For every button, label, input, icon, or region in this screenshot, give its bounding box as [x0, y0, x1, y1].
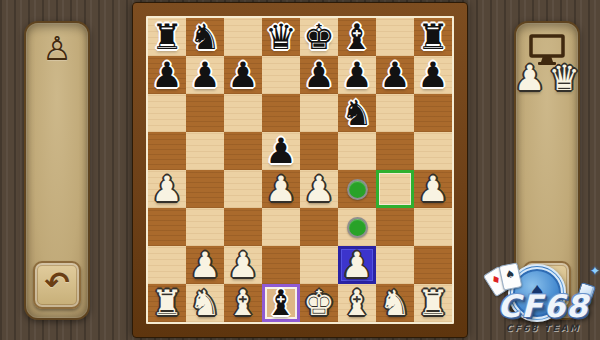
square-a2[interactable] — [148, 246, 186, 284]
black-knight-b8[interactable]: ♞ — [189, 20, 220, 55]
captured-white-pawn-icon: ♟ — [514, 61, 545, 96]
square-g3[interactable] — [376, 208, 414, 246]
captured-white-queen-icon: ♛ — [549, 61, 580, 96]
black-queen-d8[interactable]: ♛ — [265, 20, 296, 55]
square-g7[interactable]: ♟ — [376, 56, 414, 94]
square-a3[interactable] — [148, 208, 186, 246]
square-e4[interactable]: ♟ — [300, 170, 338, 208]
square-d4[interactable]: ♟ — [262, 170, 300, 208]
square-d2[interactable] — [262, 246, 300, 284]
square-f7[interactable]: ♟ — [338, 56, 376, 94]
square-d6[interactable] — [262, 94, 300, 132]
square-f5[interactable] — [338, 132, 376, 170]
left-player-panel: ♙ ↶ — [24, 21, 90, 320]
white-knight-g1[interactable]: ♞ — [379, 286, 410, 321]
square-c3[interactable] — [224, 208, 262, 246]
square-e2[interactable] — [300, 246, 338, 284]
square-c5[interactable] — [224, 132, 262, 170]
square-b8[interactable]: ♞ — [186, 18, 224, 56]
square-d7[interactable] — [262, 56, 300, 94]
square-b7[interactable]: ♟ — [186, 56, 224, 94]
human-player-pawn-icon: ♙ — [26, 31, 88, 67]
square-c7[interactable]: ♟ — [224, 56, 262, 94]
black-pawn-g7[interactable]: ♟ — [379, 58, 410, 93]
white-pawn-c2[interactable]: ♟ — [227, 248, 258, 283]
square-d3[interactable] — [262, 208, 300, 246]
square-b6[interactable] — [186, 94, 224, 132]
white-pawn-d4[interactable]: ♟ — [265, 172, 296, 207]
square-g8[interactable] — [376, 18, 414, 56]
square-f8[interactable]: ♝ — [338, 18, 376, 56]
white-bishop-c1[interactable]: ♝ — [227, 286, 258, 321]
square-f3[interactable] — [338, 208, 376, 246]
chess-board-frame: ♜♞♛♚♝♜♟♟♟♟♟♟♟♞♟♟♟♟♟♟♟♟♜♞♝♝♚♝♞♜ — [132, 2, 468, 338]
square-a6[interactable] — [148, 94, 186, 132]
square-h1[interactable]: ♜ — [414, 284, 452, 322]
black-bishop-f8[interactable]: ♝ — [341, 20, 372, 55]
square-f6[interactable]: ♞ — [338, 94, 376, 132]
chess-board: ♜♞♛♚♝♜♟♟♟♟♟♟♟♞♟♟♟♟♟♟♟♟♜♞♝♝♚♝♞♜ — [146, 16, 454, 324]
black-pawn-b7[interactable]: ♟ — [189, 58, 220, 93]
undo-button[interactable]: ↶ — [33, 261, 81, 309]
square-g4[interactable] — [376, 170, 414, 208]
black-pawn-h7[interactable]: ♟ — [417, 58, 448, 93]
square-h7[interactable]: ♟ — [414, 56, 452, 94]
black-pawn-f7[interactable]: ♟ — [341, 58, 372, 93]
square-g5[interactable] — [376, 132, 414, 170]
square-e8[interactable]: ♚ — [300, 18, 338, 56]
square-e5[interactable] — [300, 132, 338, 170]
square-b5[interactable] — [186, 132, 224, 170]
square-f4[interactable] — [338, 170, 376, 208]
white-knight-b1[interactable]: ♞ — [189, 286, 220, 321]
square-e7[interactable]: ♟ — [300, 56, 338, 94]
square-d8[interactable]: ♛ — [262, 18, 300, 56]
white-pawn-e4[interactable]: ♟ — [303, 172, 334, 207]
move-hint-dot-f4[interactable] — [347, 179, 368, 200]
square-d1[interactable]: ♝ — [262, 284, 300, 322]
black-pawn-a7[interactable]: ♟ — [151, 58, 182, 93]
square-b4[interactable] — [186, 170, 224, 208]
white-pawn-f2[interactable]: ♟ — [341, 248, 372, 283]
logo-subtitle: CF68 TEAM — [484, 323, 600, 333]
black-pawn-e7[interactable]: ♟ — [303, 58, 334, 93]
square-f1[interactable]: ♝ — [338, 284, 376, 322]
square-h5[interactable] — [414, 132, 452, 170]
square-c1[interactable]: ♝ — [224, 284, 262, 322]
square-f2[interactable]: ♟ — [338, 246, 376, 284]
square-e6[interactable] — [300, 94, 338, 132]
black-rook-a8[interactable]: ♜ — [151, 20, 182, 55]
square-a8[interactable]: ♜ — [148, 18, 186, 56]
square-a7[interactable]: ♟ — [148, 56, 186, 94]
square-g1[interactable]: ♞ — [376, 284, 414, 322]
square-c4[interactable] — [224, 170, 262, 208]
black-rook-h8[interactable]: ♜ — [417, 20, 448, 55]
square-h6[interactable] — [414, 94, 452, 132]
black-pawn-d5[interactable]: ♟ — [265, 134, 296, 169]
cf68-watermark-logo: ♠ ♦ ♠ ✦ CF68 CF68 TEAM — [484, 262, 600, 340]
square-h8[interactable]: ♜ — [414, 18, 452, 56]
black-king-e8[interactable]: ♚ — [303, 20, 334, 55]
white-king-e1[interactable]: ♚ — [303, 286, 334, 321]
square-b3[interactable] — [186, 208, 224, 246]
square-g6[interactable] — [376, 94, 414, 132]
square-e3[interactable] — [300, 208, 338, 246]
square-c6[interactable] — [224, 94, 262, 132]
logo-title: CF68 — [484, 288, 600, 324]
white-pawn-a4[interactable]: ♟ — [151, 172, 182, 207]
square-h4[interactable]: ♟ — [414, 170, 452, 208]
square-a4[interactable]: ♟ — [148, 170, 186, 208]
square-c8[interactable] — [224, 18, 262, 56]
square-b2[interactable]: ♟ — [186, 246, 224, 284]
white-rook-h1[interactable]: ♜ — [417, 286, 448, 321]
white-bishop-f1[interactable]: ♝ — [341, 286, 372, 321]
square-h3[interactable] — [414, 208, 452, 246]
black-pawn-c7[interactable]: ♟ — [227, 58, 258, 93]
black-knight-f6[interactable]: ♞ — [341, 96, 372, 131]
white-pawn-b2[interactable]: ♟ — [189, 248, 220, 283]
black-bishop-d1[interactable]: ♝ — [265, 286, 296, 321]
undo-arrow-icon: ↶ — [44, 265, 69, 300]
playing-card-icon: ♠ — [499, 262, 523, 290]
board-squares: ♜♞♛♚♝♜♟♟♟♟♟♟♟♞♟♟♟♟♟♟♟♟♜♞♝♝♚♝♞♜ — [148, 18, 452, 322]
square-g2[interactable] — [376, 246, 414, 284]
white-rook-a1[interactable]: ♜ — [151, 286, 182, 321]
square-e1[interactable]: ♚ — [300, 284, 338, 322]
square-b1[interactable]: ♞ — [186, 284, 224, 322]
square-d5[interactable]: ♟ — [262, 132, 300, 170]
square-h2[interactable] — [414, 246, 452, 284]
square-a5[interactable] — [148, 132, 186, 170]
sparkle-icon: ✦ — [590, 264, 600, 278]
captured-pieces: ♟♛ — [516, 72, 578, 96]
white-pawn-h4[interactable]: ♟ — [417, 172, 448, 207]
square-a1[interactable]: ♜ — [148, 284, 186, 322]
square-c2[interactable]: ♟ — [224, 246, 262, 284]
move-hint-dot-f3[interactable] — [347, 217, 368, 238]
